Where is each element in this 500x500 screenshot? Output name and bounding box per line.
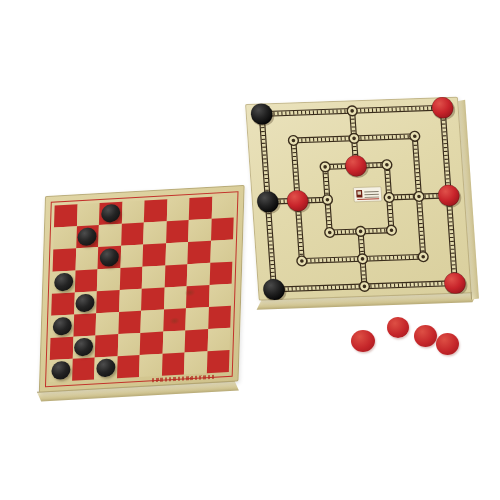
checkers-square-dark <box>187 241 210 264</box>
checkers-square-light <box>185 307 208 330</box>
morris-point <box>324 227 334 237</box>
checkers-square-dark <box>144 199 167 222</box>
morris-diagram <box>245 97 472 301</box>
checkers-square-dark <box>161 352 184 375</box>
morris-point <box>357 254 367 264</box>
checkers-square-dark <box>53 248 76 271</box>
morris-point <box>382 160 392 170</box>
checkers-square-light <box>121 200 144 223</box>
checkers-square-light <box>188 219 211 242</box>
checkers-square-dark <box>164 264 187 287</box>
loose-red-piece[interactable] <box>436 333 459 355</box>
morris-point <box>288 135 298 145</box>
morris-piece-black[interactable] <box>250 103 275 127</box>
morris-point <box>410 131 420 141</box>
morris-point <box>384 192 394 202</box>
checkers-square-dark <box>51 293 74 316</box>
checkers-square-light <box>97 268 120 291</box>
checkers-square-light <box>210 240 233 263</box>
checkers-square-dark <box>96 290 119 313</box>
checkers-square-light <box>139 354 162 377</box>
checkers-square-dark <box>142 243 165 266</box>
checkers-square-light <box>95 312 118 335</box>
checkers-square-light <box>98 224 121 247</box>
checkers-square-dark <box>74 269 97 292</box>
morris-board-face <box>245 97 472 301</box>
morris-point <box>386 225 396 235</box>
nine-mens-morris-board <box>245 97 472 301</box>
morris-piece-red[interactable] <box>345 155 370 179</box>
morris-piece-black[interactable] <box>256 191 281 215</box>
loose-red-piece[interactable] <box>414 325 437 347</box>
checkers-square-dark <box>121 223 144 246</box>
checkers-square-light <box>140 310 163 333</box>
checkers-square-light <box>75 247 98 270</box>
checkers-square-dark <box>211 218 234 241</box>
morris-point <box>359 281 369 291</box>
morris-piece-red[interactable] <box>444 272 469 296</box>
checkers-square-light <box>120 245 143 268</box>
checkers-square-light <box>162 330 185 353</box>
checkers-square-dark <box>141 287 164 310</box>
checkers-square-dark <box>72 357 95 380</box>
morris-piece-red[interactable] <box>286 190 311 214</box>
morris-point <box>414 191 424 201</box>
morris-point <box>349 133 359 143</box>
checkers-square-light <box>76 203 99 226</box>
checkers-square-light <box>166 198 189 221</box>
morris-point <box>418 252 428 262</box>
checkers-square-dark <box>118 311 141 334</box>
morris-point <box>297 256 307 266</box>
checkers-square-light <box>207 328 230 351</box>
checkers-square-dark <box>119 267 142 290</box>
morris-point <box>355 226 365 236</box>
morris-point <box>347 106 357 116</box>
morris-piece-black[interactable] <box>263 279 288 301</box>
checkers-square-dark <box>189 197 212 220</box>
morris-point <box>322 195 332 205</box>
checkers-square-dark <box>73 313 96 336</box>
loose-red-piece[interactable] <box>351 330 375 352</box>
morris-point <box>320 162 330 172</box>
center-label-sticker <box>353 187 382 202</box>
checkers-square-dark <box>185 329 208 352</box>
checkers-square-light <box>119 289 142 312</box>
checkers-square-light <box>143 221 166 244</box>
checkers-square-dark <box>117 355 140 378</box>
checkers-square-light <box>184 351 207 374</box>
checkers-square-light <box>211 195 234 218</box>
checkers-square-light <box>165 242 188 265</box>
checkers-square-dark <box>209 262 232 285</box>
morris-piece-red[interactable] <box>431 97 456 121</box>
checkers-square-dark <box>166 220 189 243</box>
checkers-square-dark <box>54 204 77 227</box>
product-photo-scene <box>0 0 500 500</box>
checkers-board <box>39 185 245 393</box>
checkers-square-dark <box>208 306 231 329</box>
checkers-square-light <box>208 284 231 307</box>
checkers-square-dark <box>50 337 73 360</box>
checkers-square-dark <box>140 332 163 355</box>
morris-piece-red[interactable] <box>437 184 462 208</box>
checkers-square-dark <box>206 350 229 373</box>
checkers-square-light <box>187 263 210 286</box>
checkers-board-face <box>39 185 245 393</box>
checkers-square-light <box>53 226 76 249</box>
checkers-square-light <box>117 333 140 356</box>
checkers-square-light <box>142 265 165 288</box>
checkers-square-dark <box>95 334 118 357</box>
loose-red-piece[interactable] <box>387 317 409 338</box>
